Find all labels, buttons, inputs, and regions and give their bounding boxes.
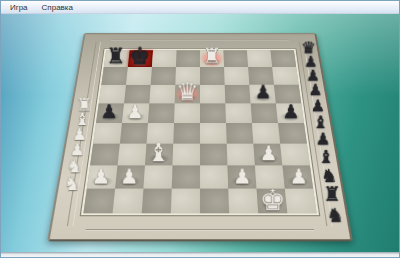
square-c7[interactable] — [151, 67, 176, 85]
black-king-b8[interactable]: ♚ — [128, 43, 152, 67]
square-f6[interactable] — [225, 85, 251, 104]
square-e6[interactable] — [200, 85, 225, 104]
black-rook-a8[interactable]: ♜ — [104, 43, 128, 67]
square-b4[interactable] — [120, 123, 148, 144]
square-f1[interactable] — [228, 189, 258, 214]
chess-board: ♜♝♟♟♞♞ ♛♟♟♟♟♝♟♝♞♜♞ ♜♚♜♛♟♟♟♟♝♟♟♟♟♟♚ — [47, 33, 353, 241]
square-d6[interactable]: ♛ — [175, 85, 200, 104]
square-a4[interactable] — [93, 123, 122, 144]
menu-game[interactable]: Игра — [7, 3, 31, 12]
board-scene: ♜♝♟♟♞♞ ♛♟♟♟♟♝♟♝♞♜♞ ♜♚♜♛♟♟♟♟♝♟♟♟♟♟♚ — [1, 13, 399, 257]
window-bottom-border — [1, 252, 399, 257]
square-e8[interactable]: ♜ — [200, 50, 224, 67]
square-f8[interactable] — [223, 50, 248, 67]
chess-game-window: Игра Справка ♜♝♟♟♞♞ ♛♟♟♟♟♝♟♝♞♜♞ ♜♚♜♛♟♟♟♟… — [0, 0, 400, 258]
desktop-background: ♜♝♟♟♞♞ ♛♟♟♟♟♝♟♝♞♜♞ ♜♚♜♛♟♟♟♟♝♟♟♟♟♟♚ — [1, 13, 399, 257]
white-bishop-c3[interactable]: ♝ — [145, 138, 172, 165]
white-pawn-g3[interactable]: ♟ — [255, 138, 282, 165]
square-e1[interactable] — [200, 189, 229, 214]
black-pawn-g6[interactable]: ♟ — [251, 78, 276, 103]
square-b1[interactable] — [113, 189, 144, 214]
square-f5[interactable] — [225, 103, 252, 123]
frame-engraving-bottom — [86, 229, 315, 230]
white-queen-d6[interactable]: ♛ — [175, 78, 200, 103]
square-h7[interactable] — [272, 67, 299, 85]
white-pawn-a2[interactable]: ♟ — [87, 161, 115, 189]
square-b5[interactable]: ♟ — [122, 103, 149, 123]
play-area: ♜♚♜♛♟♟♟♟♝♟♟♟♟♟♚ — [81, 49, 319, 215]
captured-black-knight: ♞ — [321, 200, 351, 227]
square-a5[interactable]: ♟ — [96, 103, 124, 123]
square-d2[interactable] — [172, 166, 200, 189]
white-pawn-b2[interactable]: ♟ — [115, 161, 143, 189]
square-b7[interactable] — [126, 67, 152, 85]
square-g6[interactable]: ♟ — [249, 85, 276, 104]
square-f4[interactable] — [226, 123, 253, 144]
square-a8[interactable]: ♜ — [104, 50, 130, 67]
square-g3[interactable]: ♟ — [253, 144, 282, 166]
square-g1[interactable]: ♚ — [257, 189, 288, 214]
captured-white-knight: ♞ — [58, 169, 86, 195]
square-h1[interactable] — [285, 189, 317, 214]
square-b8[interactable]: ♚ — [128, 50, 153, 67]
square-e7[interactable] — [200, 67, 225, 85]
white-pawn-f2[interactable]: ♟ — [228, 161, 256, 189]
square-c6[interactable] — [149, 85, 175, 104]
square-e3[interactable] — [200, 144, 227, 166]
square-f7[interactable] — [224, 67, 249, 85]
square-c1[interactable] — [142, 189, 172, 214]
square-c2[interactable] — [143, 166, 172, 189]
square-h8[interactable] — [270, 50, 296, 67]
square-d4[interactable] — [173, 123, 200, 144]
black-pawn-h5[interactable]: ♟ — [278, 97, 304, 123]
square-c3[interactable]: ♝ — [145, 144, 173, 166]
square-a1[interactable] — [83, 189, 115, 214]
square-a7[interactable] — [101, 67, 128, 85]
square-e4[interactable] — [200, 123, 227, 144]
square-f2[interactable]: ♟ — [227, 166, 256, 189]
white-king-g1[interactable]: ♚ — [258, 184, 287, 213]
white-pawn-b5[interactable]: ♟ — [122, 97, 148, 123]
white-pawn-h2[interactable]: ♟ — [285, 161, 313, 189]
square-c5[interactable] — [148, 103, 175, 123]
board-grid: ♜♚♜♛♟♟♟♟♝♟♟♟♟♟♚ — [83, 50, 316, 213]
square-a2[interactable]: ♟ — [87, 166, 118, 189]
square-b2[interactable]: ♟ — [115, 166, 145, 189]
square-c8[interactable] — [152, 50, 177, 67]
menubar: Игра Справка — [1, 1, 399, 14]
square-d8[interactable] — [176, 50, 200, 67]
board-frame: ♜♝♟♟♞♞ ♛♟♟♟♟♝♟♝♞♜♞ ♜♚♜♛♟♟♟♟♝♟♟♟♟♟♚ — [47, 33, 353, 241]
square-h5[interactable]: ♟ — [276, 103, 304, 123]
square-d5[interactable] — [174, 103, 200, 123]
white-rook-e8[interactable]: ♜ — [200, 43, 224, 67]
square-e2[interactable] — [200, 166, 228, 189]
menu-help[interactable]: Справка — [39, 3, 76, 12]
black-pawn-a5[interactable]: ♟ — [96, 97, 122, 123]
square-g8[interactable] — [247, 50, 272, 67]
square-g5[interactable] — [251, 103, 278, 123]
square-e5[interactable] — [200, 103, 226, 123]
square-d3[interactable] — [173, 144, 200, 166]
frame-engraving-top — [111, 40, 289, 41]
square-d1[interactable] — [171, 189, 200, 214]
